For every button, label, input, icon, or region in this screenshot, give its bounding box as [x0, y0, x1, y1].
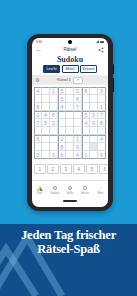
- puzzle-number-label: Rätsel 1: [57, 78, 71, 82]
- numpad-key-1[interactable]: 1: [34, 164, 46, 174]
- banner-line1: Jeden Tag frischer: [0, 229, 137, 243]
- puzzle-icon: 8: [67, 185, 73, 191]
- sudoku-cell[interactable]: [66, 95, 74, 103]
- nav-label: Start: [37, 192, 42, 195]
- nav-label: Sudoku: [50, 192, 59, 195]
- sudoku-cell[interactable]: [50, 143, 58, 151]
- sudoku-cell[interactable]: [66, 119, 74, 127]
- nav-label: Mehr: [97, 192, 103, 195]
- archive-icon: [82, 185, 88, 191]
- sudoku-cell[interactable]: [66, 143, 74, 151]
- share-icon[interactable]: [98, 47, 104, 53]
- sudoku-cell[interactable]: [34, 127, 42, 135]
- sudoku-cell[interactable]: 9: [74, 143, 82, 151]
- sudoku-cell[interactable]: 9: [90, 119, 98, 127]
- sudoku-cell[interactable]: 1: [34, 111, 42, 119]
- battery-icon: [100, 41, 104, 44]
- sudoku-cell[interactable]: [90, 135, 98, 143]
- sudoku-cell[interactable]: 3: [50, 151, 58, 159]
- sudoku-icon: [52, 185, 58, 191]
- nav-item-str8ts[interactable]: 8 Str8ts: [62, 181, 77, 199]
- sudoku-cell[interactable]: [82, 143, 90, 151]
- nav-label: Archiv: [82, 192, 89, 195]
- sudoku-cell[interactable]: 8: [34, 103, 42, 111]
- sudoku-cell[interactable]: 2: [34, 151, 42, 159]
- numpad-key-4[interactable]: 4: [73, 164, 85, 174]
- camera-punch-hole: [68, 40, 72, 44]
- sudoku-cell[interactable]: [90, 127, 98, 135]
- sudoku-cell[interactable]: 1: [98, 103, 106, 111]
- sudoku-cell[interactable]: [66, 111, 74, 119]
- more-icon: ⋯: [97, 185, 103, 191]
- sudoku-cell[interactable]: 3: [58, 95, 66, 103]
- gear-icon[interactable]: ⚙: [35, 77, 39, 83]
- sudoku-cell[interactable]: [66, 103, 74, 111]
- nav-item-sudoku[interactable]: Sudoku: [47, 181, 62, 199]
- tab-leicht[interactable]: Leicht: [43, 65, 60, 73]
- sudoku-cell[interactable]: [42, 127, 50, 135]
- numpad-key-5[interactable]: 5: [86, 164, 98, 174]
- sudoku-cell[interactable]: 4: [42, 111, 50, 119]
- sudoku-cell[interactable]: 8: [74, 95, 82, 103]
- page-title: Sudoku: [32, 55, 108, 64]
- sudoku-cell[interactable]: 1: [74, 135, 82, 143]
- sudoku-grid: 415263388471146537752496621489236419: [34, 87, 106, 159]
- sudoku-cell[interactable]: [90, 151, 98, 159]
- sudoku-cell[interactable]: [50, 135, 58, 143]
- numpad-key-3[interactable]: 3: [60, 164, 72, 174]
- signal-icon: [96, 40, 99, 43]
- sudoku-cell[interactable]: [90, 103, 98, 111]
- sudoku-cell[interactable]: [82, 127, 90, 135]
- sudoku-cell[interactable]: [34, 95, 42, 103]
- sudoku-cell[interactable]: [82, 135, 90, 143]
- sudoku-cell[interactable]: [74, 119, 82, 127]
- sudoku-cell[interactable]: [74, 111, 82, 119]
- sudoku-cell[interactable]: 2: [74, 87, 82, 95]
- sudoku-cell[interactable]: [42, 103, 50, 111]
- sudoku-cell[interactable]: 7: [98, 111, 106, 119]
- sudoku-cell[interactable]: 7: [34, 119, 42, 127]
- sudoku-cell[interactable]: [58, 111, 66, 119]
- sudoku-cell[interactable]: [82, 103, 90, 111]
- sudoku-cell[interactable]: [82, 95, 90, 103]
- sudoku-cell[interactable]: 7: [74, 103, 82, 111]
- sudoku-cell[interactable]: [42, 135, 50, 143]
- sudoku-cell[interactable]: 5: [42, 119, 50, 127]
- sudoku-cell[interactable]: [98, 127, 106, 135]
- sudoku-cell[interactable]: 1: [50, 87, 58, 95]
- sudoku-cell[interactable]: 4: [82, 119, 90, 127]
- sudoku-cell[interactable]: [42, 143, 50, 151]
- sudoku-cell[interactable]: [42, 95, 50, 103]
- sudoku-cell[interactable]: 3: [90, 111, 98, 119]
- gesture-bar: [63, 200, 77, 202]
- sudoku-cell[interactable]: [58, 119, 66, 127]
- tab-schwer[interactable]: Schwer: [80, 65, 97, 73]
- volume-button: [113, 64, 115, 74]
- sudoku-cell[interactable]: [74, 127, 82, 135]
- status-time: 9:30: [36, 40, 42, 44]
- sudoku-cell[interactable]: 4: [98, 135, 106, 143]
- sudoku-cell[interactable]: 8: [58, 143, 66, 151]
- sudoku-cell[interactable]: 4: [34, 87, 42, 95]
- sudoku-cell[interactable]: [42, 87, 50, 95]
- sudoku-cell[interactable]: [90, 143, 98, 151]
- number-pad: 1 2 3 4 5 6: [34, 164, 108, 175]
- sudoku-cell[interactable]: 6: [34, 135, 42, 143]
- sudoku-cell[interactable]: [66, 87, 74, 95]
- sudoku-cell[interactable]: 3: [98, 87, 106, 95]
- sudoku-cell[interactable]: 5: [58, 87, 66, 95]
- sudoku-cell[interactable]: [66, 127, 74, 135]
- sudoku-cell[interactable]: [42, 151, 50, 159]
- sudoku-cell[interactable]: 2: [58, 135, 66, 143]
- sudoku-cell[interactable]: [50, 103, 58, 111]
- sudoku-cell[interactable]: 6: [98, 119, 106, 127]
- status-icons: [96, 40, 104, 43]
- sudoku-cell[interactable]: [98, 95, 106, 103]
- sudoku-cell[interactable]: [66, 151, 74, 159]
- sudoku-cell[interactable]: [58, 127, 66, 135]
- banner-text: Jeden Tag frischer Rätsel-Spaß: [0, 229, 137, 256]
- nav-label: Str8ts: [67, 192, 74, 195]
- difficulty-tabs: Leicht Mittel Schwer: [32, 65, 108, 73]
- bottom-nav: Start Sudoku 8 Str8ts Archiv ⋯ Mehr: [32, 180, 108, 199]
- puzzle-select-dropdown[interactable]: ▾: [73, 77, 83, 84]
- sudoku-cell[interactable]: 4: [74, 151, 82, 159]
- sudoku-cell[interactable]: 2: [50, 119, 58, 127]
- sudoku-cell[interactable]: [90, 95, 98, 103]
- sudoku-cell[interactable]: [66, 135, 74, 143]
- sudoku-cell[interactable]: [90, 87, 98, 95]
- nav-item-start[interactable]: Start: [32, 181, 47, 199]
- logo-icon: [37, 185, 43, 191]
- nav-item-mehr[interactable]: ⋯ Mehr: [93, 181, 108, 199]
- sudoku-cell[interactable]: [50, 127, 58, 135]
- sudoku-cell[interactable]: 6: [50, 111, 58, 119]
- sudoku-cell[interactable]: 9: [98, 151, 106, 159]
- sudoku-cell[interactable]: [98, 143, 106, 151]
- sudoku-cell[interactable]: 6: [82, 87, 90, 95]
- tab-mittel[interactable]: Mittel: [62, 65, 79, 73]
- banner-line2: Rätsel-Spaß: [0, 243, 137, 257]
- numpad-key-2[interactable]: 2: [47, 164, 59, 174]
- power-button: [113, 78, 115, 92]
- sudoku-cell[interactable]: 6: [58, 151, 66, 159]
- sudoku-cell[interactable]: 1: [82, 151, 90, 159]
- puzzle-toolbar: ⚙ Rätsel 1 ▾: [32, 75, 108, 85]
- nav-item-archiv[interactable]: Archiv: [78, 181, 93, 199]
- app-bar: ← Rätsel: [32, 45, 108, 54]
- promo-page: Jeden Tag frischer Rätsel-Spaß 9:30 ← Rä…: [0, 0, 137, 296]
- numpad-key-6[interactable]: 6: [99, 164, 108, 174]
- sudoku-cell[interactable]: [50, 95, 58, 103]
- sudoku-cell[interactable]: 4: [58, 103, 66, 111]
- sudoku-cell[interactable]: [34, 143, 42, 151]
- phone-screen: 9:30 ← Rätsel Sudoku Leicht Mittel Schwe…: [32, 38, 108, 207]
- app-title: Rätsel: [32, 47, 108, 52]
- sudoku-cell[interactable]: 5: [82, 111, 90, 119]
